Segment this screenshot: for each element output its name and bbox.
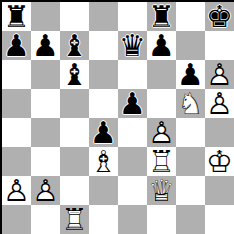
square-a3[interactable] bbox=[2, 147, 31, 176]
black-piece-glyph: ♟ bbox=[176, 60, 205, 89]
square-h2[interactable] bbox=[205, 176, 234, 205]
white-piece-outline: ♖ bbox=[147, 147, 176, 176]
square-b4[interactable] bbox=[31, 118, 60, 147]
piece-black-bishop[interactable]: ♝ bbox=[60, 60, 89, 89]
square-d3[interactable]: ♝♗ bbox=[89, 147, 118, 176]
square-d1[interactable] bbox=[89, 205, 118, 234]
square-b8[interactable] bbox=[31, 2, 60, 31]
square-g1[interactable] bbox=[176, 205, 205, 234]
black-piece-glyph: ♜ bbox=[147, 2, 176, 31]
white-piece-outline: ♕ bbox=[147, 176, 176, 205]
black-piece-glyph: ♜ bbox=[2, 2, 31, 31]
white-piece-outline: ♙ bbox=[205, 60, 234, 89]
square-c1[interactable]: ♜♖ bbox=[60, 205, 89, 234]
square-a4[interactable] bbox=[2, 118, 31, 147]
black-piece-glyph: ♚ bbox=[205, 2, 234, 31]
black-piece-glyph: ♛ bbox=[118, 31, 147, 60]
square-b5[interactable] bbox=[31, 89, 60, 118]
square-h8[interactable]: ♚ bbox=[205, 2, 234, 31]
white-piece-outline: ♙ bbox=[2, 176, 31, 205]
square-e5[interactable]: ♟ bbox=[118, 89, 147, 118]
square-g7[interactable] bbox=[176, 31, 205, 60]
black-piece-glyph: ♟ bbox=[89, 118, 118, 147]
piece-black-rook[interactable]: ♜ bbox=[2, 2, 31, 31]
square-f4[interactable]: ♟♙ bbox=[147, 118, 176, 147]
black-piece-glyph: ♟ bbox=[31, 31, 60, 60]
piece-white-rook[interactable]: ♜♖ bbox=[147, 147, 176, 176]
piece-white-pawn[interactable]: ♟♙ bbox=[2, 176, 31, 205]
black-piece-glyph: ♟ bbox=[2, 31, 31, 60]
square-f2[interactable]: ♛♕ bbox=[147, 176, 176, 205]
square-a6[interactable] bbox=[2, 60, 31, 89]
square-a2[interactable]: ♟♙ bbox=[2, 176, 31, 205]
square-f7[interactable]: ♟ bbox=[147, 31, 176, 60]
square-e1[interactable] bbox=[118, 205, 147, 234]
square-h4[interactable] bbox=[205, 118, 234, 147]
piece-white-pawn[interactable]: ♟♙ bbox=[205, 60, 234, 89]
square-a7[interactable]: ♟ bbox=[2, 31, 31, 60]
black-piece-glyph: ♟ bbox=[118, 89, 147, 118]
piece-black-king[interactable]: ♚ bbox=[205, 2, 234, 31]
square-h6[interactable]: ♟♙ bbox=[205, 60, 234, 89]
black-piece-glyph: ♝ bbox=[60, 31, 89, 60]
piece-white-bishop[interactable]: ♝♗ bbox=[89, 147, 118, 176]
piece-black-pawn[interactable]: ♟ bbox=[176, 60, 205, 89]
square-e2[interactable] bbox=[118, 176, 147, 205]
square-c2[interactable] bbox=[60, 176, 89, 205]
square-e7[interactable]: ♛ bbox=[118, 31, 147, 60]
square-d6[interactable] bbox=[89, 60, 118, 89]
square-b7[interactable]: ♟ bbox=[31, 31, 60, 60]
piece-black-bishop[interactable]: ♝ bbox=[60, 31, 89, 60]
piece-black-rook[interactable]: ♜ bbox=[147, 2, 176, 31]
square-h3[interactable]: ♚♔ bbox=[205, 147, 234, 176]
square-a1[interactable] bbox=[2, 205, 31, 234]
square-d8[interactable] bbox=[89, 2, 118, 31]
square-a5[interactable] bbox=[2, 89, 31, 118]
chess-board: ♜♜♚♟♟♝♛♟♝♟♟♙♟♞♘♟♙♟♟♙♝♗♜♖♚♔♟♙♟♙♛♕♜♖ bbox=[0, 0, 234, 234]
white-piece-outline: ♙ bbox=[147, 118, 176, 147]
piece-white-king[interactable]: ♚♔ bbox=[205, 147, 234, 176]
white-piece-outline: ♖ bbox=[60, 205, 89, 234]
square-f3[interactable]: ♜♖ bbox=[147, 147, 176, 176]
square-c6[interactable]: ♝ bbox=[60, 60, 89, 89]
piece-black-pawn[interactable]: ♟ bbox=[89, 118, 118, 147]
piece-black-pawn[interactable]: ♟ bbox=[31, 31, 60, 60]
square-d7[interactable] bbox=[89, 31, 118, 60]
square-e8[interactable] bbox=[118, 2, 147, 31]
square-d5[interactable] bbox=[89, 89, 118, 118]
piece-white-queen[interactable]: ♛♕ bbox=[147, 176, 176, 205]
square-c8[interactable] bbox=[60, 2, 89, 31]
square-h1[interactable] bbox=[205, 205, 234, 234]
square-c7[interactable]: ♝ bbox=[60, 31, 89, 60]
white-piece-outline: ♙ bbox=[205, 89, 234, 118]
piece-white-pawn[interactable]: ♟♙ bbox=[205, 89, 234, 118]
white-piece-outline: ♘ bbox=[176, 89, 205, 118]
piece-white-knight[interactable]: ♞♘ bbox=[176, 89, 205, 118]
piece-black-pawn[interactable]: ♟ bbox=[147, 31, 176, 60]
square-d2[interactable] bbox=[89, 176, 118, 205]
square-f5[interactable] bbox=[147, 89, 176, 118]
white-piece-outline: ♙ bbox=[31, 176, 60, 205]
square-e4[interactable] bbox=[118, 118, 147, 147]
square-b1[interactable] bbox=[31, 205, 60, 234]
square-g5[interactable]: ♞♘ bbox=[176, 89, 205, 118]
black-piece-glyph: ♝ bbox=[60, 60, 89, 89]
square-g2[interactable] bbox=[176, 176, 205, 205]
square-g3[interactable] bbox=[176, 147, 205, 176]
square-f8[interactable]: ♜ bbox=[147, 2, 176, 31]
piece-black-pawn[interactable]: ♟ bbox=[118, 89, 147, 118]
square-a8[interactable]: ♜ bbox=[2, 2, 31, 31]
square-c4[interactable] bbox=[60, 118, 89, 147]
piece-white-rook[interactable]: ♜♖ bbox=[60, 205, 89, 234]
square-g4[interactable] bbox=[176, 118, 205, 147]
square-e3[interactable] bbox=[118, 147, 147, 176]
square-f6[interactable] bbox=[147, 60, 176, 89]
piece-white-pawn[interactable]: ♟♙ bbox=[31, 176, 60, 205]
square-g6[interactable]: ♟ bbox=[176, 60, 205, 89]
square-c3[interactable] bbox=[60, 147, 89, 176]
square-h7[interactable] bbox=[205, 31, 234, 60]
piece-white-pawn[interactable]: ♟♙ bbox=[147, 118, 176, 147]
square-e6[interactable] bbox=[118, 60, 147, 89]
square-g8[interactable] bbox=[176, 2, 205, 31]
square-b6[interactable] bbox=[31, 60, 60, 89]
piece-black-pawn[interactable]: ♟ bbox=[2, 31, 31, 60]
white-piece-outline: ♗ bbox=[89, 147, 118, 176]
square-b3[interactable] bbox=[31, 147, 60, 176]
piece-black-queen[interactable]: ♛ bbox=[118, 31, 147, 60]
square-f1[interactable] bbox=[147, 205, 176, 234]
square-d4[interactable]: ♟ bbox=[89, 118, 118, 147]
black-piece-glyph: ♟ bbox=[147, 31, 176, 60]
square-c5[interactable] bbox=[60, 89, 89, 118]
square-h5[interactable]: ♟♙ bbox=[205, 89, 234, 118]
white-piece-outline: ♔ bbox=[205, 147, 234, 176]
square-b2[interactable]: ♟♙ bbox=[31, 176, 60, 205]
